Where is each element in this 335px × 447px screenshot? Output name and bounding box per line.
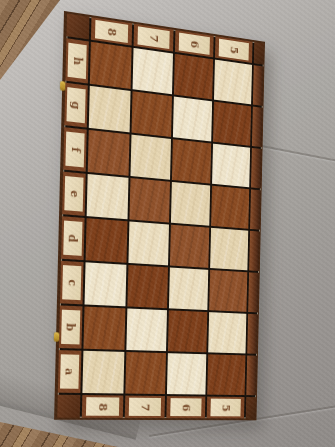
corner-cap-bottom-right [246,397,256,418]
corner-block-top-left [66,13,89,39]
square-c6 [169,267,208,310]
fold-edge-strip [249,231,260,271]
file-label-h: h [65,38,88,83]
square-a6 [167,353,206,394]
rank-label-6-bottom-plate: 6 [170,398,201,416]
square-g5 [213,102,251,146]
rank-label-8-bottom-plate: 8 [86,397,119,416]
couch-seam-right [257,144,335,162]
square-h7 [133,48,173,94]
square-e7 [129,178,170,223]
square-g6 [173,96,212,141]
file-label-c: c [60,261,84,305]
rank-label-5-top-text: 5 [228,45,240,54]
wood-floor-top-left [0,0,60,80]
fold-edge-strip [247,314,258,354]
file-label-g: g [64,83,87,128]
chess-board: 8765hgfedcba8765 [54,11,265,420]
rank-label-7-top: 7 [134,24,174,52]
square-b8 [83,307,125,350]
rank-label-8-bottom-text: 8 [96,403,109,411]
file-label-f-text: f [68,146,81,152]
square-h5 [214,60,252,105]
file-label-d-plate: d [63,221,82,256]
square-e5 [211,186,249,229]
rank-label-6-top: 6 [175,30,214,57]
file-label-b-plate: b [61,310,80,345]
rank-label-7-bottom-text: 7 [139,403,152,411]
square-d6 [170,225,209,268]
file-label-b-text: b [64,323,77,331]
rank-label-7-top-plate: 7 [138,26,170,49]
square-f8 [88,130,130,176]
rank-label-8-bottom: 8 [82,395,124,418]
square-c7 [127,265,168,308]
fold-edge-strip [252,107,263,148]
hinge-pin-bottom [54,332,59,342]
rank-label-8-top-plate: 8 [95,20,128,43]
fold-edge-strip [250,189,261,229]
file-label-a-text: a [63,368,76,376]
file-label-e: e [62,172,85,216]
file-label-e-plate: e [64,176,83,212]
rank-label-8-top-text: 8 [105,27,118,37]
file-label-f-plate: f [65,132,84,168]
square-f5 [212,144,250,188]
fold-edge-strip [253,65,264,106]
square-d7 [128,221,169,265]
file-label-c-plate: c [62,265,81,300]
rank-label-6-top-text: 6 [188,39,200,48]
rank-label-5-top: 5 [215,36,253,63]
square-a7 [125,352,166,394]
square-f6 [172,139,211,183]
file-label-e-text: e [67,190,80,198]
file-label-h-text: h [70,56,83,66]
square-a5 [207,354,245,395]
file-label-f: f [63,127,86,172]
board-perspective-wrap: 8765hgfedcba8765 [54,11,267,420]
rank-label-7-bottom-plate: 7 [129,398,161,416]
file-label-a-plate: a [60,354,79,389]
file-label-d-text: d [66,234,79,243]
square-g7 [132,91,172,137]
square-d8 [86,218,128,263]
square-a8 [82,351,124,394]
rank-label-8-top: 8 [91,17,132,45]
square-c8 [85,262,127,306]
rank-label-5-top-plate: 5 [219,39,249,61]
file-label-c-text: c [65,279,78,287]
rank-label-6-bottom-text: 6 [180,403,192,411]
fold-edge-strip [246,355,257,395]
file-label-b: b [59,305,83,348]
square-b7 [126,308,167,351]
rank-label-7-bottom: 7 [125,396,165,418]
file-label-h-plate: h [68,43,87,79]
rank-label-5-bottom-plate: 5 [210,399,240,417]
rank-label-6-bottom: 6 [166,396,205,418]
square-h8 [90,42,132,89]
file-label-a: a [58,350,82,393]
square-g8 [89,86,131,133]
square-b5 [208,312,246,353]
square-e8 [87,174,129,219]
hinge-pin-top [60,81,65,91]
file-label-g-plate: g [66,87,85,123]
square-b6 [168,310,207,352]
corner-block-bottom-left [57,395,80,418]
file-label-d: d [61,216,85,260]
square-e6 [171,182,210,226]
fold-edge-strip [248,272,259,312]
rank-label-6-top-plate: 6 [179,33,210,55]
square-c5 [209,270,247,312]
photo-scene: 8765hgfedcba8765 [0,0,335,447]
corner-cap-top-right [254,42,264,65]
rank-label-7-top-text: 7 [147,33,160,43]
file-label-g-text: g [69,100,82,110]
square-d5 [210,228,248,270]
square-h6 [174,54,213,100]
square-f7 [130,135,170,180]
fold-edge-strip [251,148,262,188]
rank-label-5-bottom-text: 5 [220,404,232,412]
rank-label-5-bottom: 5 [207,397,245,419]
